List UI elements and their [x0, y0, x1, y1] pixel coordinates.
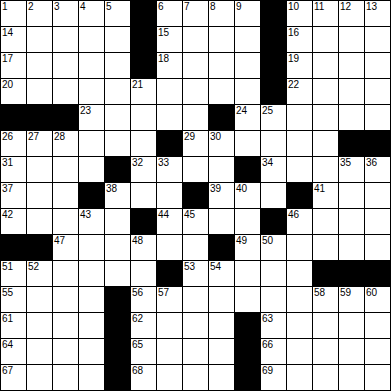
white-cell-r9c7[interactable]: 44 [157, 209, 183, 235]
white-cell-r7c3[interactable] [53, 157, 79, 183]
clue-number-65: 65 [132, 339, 143, 350]
white-cell-r14c13[interactable] [313, 339, 339, 365]
white-cell-r9c5[interactable] [105, 209, 131, 235]
white-cell-r13c9[interactable] [209, 313, 235, 339]
white-cell-r10c13[interactable] [313, 235, 339, 261]
white-cell-r10c3[interactable]: 47 [53, 235, 79, 261]
black-cell-r12c5 [105, 287, 131, 313]
white-cell-r8c5[interactable]: 38 [105, 183, 131, 209]
clue-number-69: 69 [262, 365, 273, 376]
white-cell-r15c9[interactable] [209, 365, 235, 391]
clue-number-21: 21 [132, 79, 143, 90]
white-cell-r15c13[interactable] [313, 365, 339, 391]
white-cell-r5c7[interactable] [157, 105, 183, 131]
white-cell-r1c12[interactable]: 10 [287, 1, 313, 27]
white-cell-r5c11[interactable]: 25 [261, 105, 287, 131]
white-cell-r11c2[interactable]: 52 [27, 261, 53, 287]
white-cell-r1c5[interactable]: 5 [105, 1, 131, 27]
white-cell-r3c13[interactable] [313, 53, 339, 79]
white-cell-r7c7[interactable]: 33 [157, 157, 183, 183]
white-cell-r9c3[interactable] [53, 209, 79, 235]
white-cell-r15c2[interactable] [27, 365, 53, 391]
clue-number-45: 45 [184, 209, 195, 220]
clue-number-6: 6 [158, 1, 164, 12]
white-cell-r1c2[interactable]: 2 [27, 1, 53, 27]
white-cell-r3c9[interactable] [209, 53, 235, 79]
white-cell-r14c12[interactable] [287, 339, 313, 365]
white-cell-r5c12[interactable] [287, 105, 313, 131]
white-cell-r11c1[interactable]: 51 [1, 261, 27, 287]
white-cell-r12c2[interactable] [27, 287, 53, 313]
white-cell-r11c8[interactable]: 53 [183, 261, 209, 287]
white-cell-r15c14[interactable] [339, 365, 365, 391]
white-cell-r14c7[interactable] [157, 339, 183, 365]
white-cell-r8c7[interactable] [157, 183, 183, 209]
clue-number-55: 55 [2, 287, 13, 298]
white-cell-r4c4[interactable] [79, 79, 105, 105]
clue-number-56: 56 [132, 287, 143, 298]
clue-number-16: 16 [288, 27, 299, 38]
white-cell-r7c9[interactable] [209, 157, 235, 183]
clue-number-64: 64 [2, 339, 13, 350]
white-cell-r10c12[interactable] [287, 235, 313, 261]
white-cell-r2c8[interactable] [183, 27, 209, 53]
white-cell-r6c13[interactable] [313, 131, 339, 157]
clue-number-49: 49 [236, 235, 247, 246]
white-cell-r14c2[interactable] [27, 339, 53, 365]
white-cell-r12c11[interactable] [261, 287, 287, 313]
clue-number-34: 34 [262, 157, 273, 168]
white-cell-r2c9[interactable] [209, 27, 235, 53]
white-cell-r12c14[interactable]: 59 [339, 287, 365, 313]
white-cell-r9c12[interactable]: 46 [287, 209, 313, 235]
white-cell-r12c12[interactable] [287, 287, 313, 313]
black-cell-r4c11 [261, 79, 287, 105]
white-cell-r4c5[interactable] [105, 79, 131, 105]
white-cell-r13c3[interactable] [53, 313, 79, 339]
white-cell-r6c6[interactable] [131, 131, 157, 157]
white-cell-r5c4[interactable]: 23 [79, 105, 105, 131]
clue-number-46: 46 [288, 209, 299, 220]
white-cell-r2c12[interactable]: 16 [287, 27, 313, 53]
clue-number-26: 26 [2, 131, 13, 142]
white-cell-r1c4[interactable]: 4 [79, 1, 105, 27]
clue-number-5: 5 [106, 1, 112, 12]
white-cell-r8c10[interactable]: 40 [235, 183, 261, 209]
white-cell-r6c9[interactable]: 30 [209, 131, 235, 157]
white-cell-r12c9[interactable] [209, 287, 235, 313]
white-cell-r15c6[interactable]: 68 [131, 365, 157, 391]
white-cell-r2c7[interactable]: 15 [157, 27, 183, 53]
white-cell-r1c14[interactable]: 12 [339, 1, 365, 27]
white-cell-r8c1[interactable]: 37 [1, 183, 27, 209]
white-cell-r4c1[interactable]: 20 [1, 79, 27, 105]
clue-number-27: 27 [28, 131, 39, 142]
white-cell-r2c5[interactable] [105, 27, 131, 53]
clue-number-44: 44 [158, 209, 169, 220]
white-cell-r15c3[interactable] [53, 365, 79, 391]
white-cell-r6c12[interactable] [287, 131, 313, 157]
clue-number-14: 14 [2, 27, 13, 38]
white-cell-r14c4[interactable] [79, 339, 105, 365]
clue-number-31: 31 [2, 157, 13, 168]
white-cell-r9c13[interactable] [313, 209, 339, 235]
white-cell-r10c5[interactable] [105, 235, 131, 261]
white-cell-r12c1[interactable]: 55 [1, 287, 27, 313]
white-cell-r3c3[interactable] [53, 53, 79, 79]
white-cell-r3c8[interactable] [183, 53, 209, 79]
black-cell-r1c6 [131, 1, 157, 27]
white-cell-r12c4[interactable] [79, 287, 105, 313]
white-cell-r7c14[interactable]: 35 [339, 157, 365, 183]
white-cell-r12c3[interactable] [53, 287, 79, 313]
black-cell-r10c9 [209, 235, 235, 261]
white-cell-r14c15[interactable] [365, 339, 391, 365]
black-cell-r14c5 [105, 339, 131, 365]
white-cell-r6c8[interactable]: 29 [183, 131, 209, 157]
clue-number-60: 60 [366, 287, 377, 298]
white-cell-r13c8[interactable] [183, 313, 209, 339]
white-cell-r14c8[interactable] [183, 339, 209, 365]
black-cell-r6c7 [157, 131, 183, 157]
clue-number-28: 28 [54, 131, 65, 142]
clue-number-39: 39 [210, 183, 221, 194]
clue-number-10: 10 [288, 1, 299, 12]
clue-number-35: 35 [340, 157, 351, 168]
white-cell-r1c7[interactable]: 6 [157, 1, 183, 27]
clue-number-9: 9 [236, 1, 242, 12]
black-cell-r9c11 [261, 209, 287, 235]
clue-number-32: 32 [132, 157, 143, 168]
white-cell-r7c1[interactable]: 31 [1, 157, 27, 183]
white-cell-r5c14[interactable] [339, 105, 365, 131]
clue-number-24: 24 [236, 105, 247, 116]
white-cell-r6c3[interactable]: 28 [53, 131, 79, 157]
white-cell-r13c2[interactable] [27, 313, 53, 339]
white-cell-r14c1[interactable]: 64 [1, 339, 27, 365]
clue-number-13: 13 [366, 1, 377, 12]
white-cell-r9c1[interactable]: 42 [1, 209, 27, 235]
clue-number-23: 23 [80, 105, 91, 116]
white-cell-r14c9[interactable] [209, 339, 235, 365]
white-cell-r2c3[interactable] [53, 27, 79, 53]
white-cell-r13c6[interactable]: 62 [131, 313, 157, 339]
white-cell-r9c15[interactable] [365, 209, 391, 235]
white-cell-r14c14[interactable] [339, 339, 365, 365]
clue-number-4: 4 [80, 1, 86, 12]
clue-number-54: 54 [210, 261, 221, 272]
white-cell-r7c2[interactable] [27, 157, 53, 183]
clue-number-1: 1 [2, 1, 8, 12]
white-cell-r2c15[interactable] [365, 27, 391, 53]
white-cell-r5c15[interactable] [365, 105, 391, 131]
white-cell-r13c1[interactable]: 61 [1, 313, 27, 339]
white-cell-r9c9[interactable] [209, 209, 235, 235]
white-cell-r1c8[interactable]: 7 [183, 1, 209, 27]
black-cell-r3c11 [261, 53, 287, 79]
clue-number-61: 61 [2, 313, 13, 324]
white-cell-r15c15[interactable] [365, 365, 391, 391]
white-cell-r8c13[interactable]: 41 [313, 183, 339, 209]
clue-number-68: 68 [132, 365, 143, 376]
white-cell-r7c12[interactable] [287, 157, 313, 183]
clue-number-51: 51 [2, 261, 13, 272]
clue-number-20: 20 [2, 79, 13, 90]
clue-number-37: 37 [2, 183, 13, 194]
black-cell-r15c10 [235, 365, 261, 391]
clue-number-53: 53 [184, 261, 195, 272]
clue-number-63: 63 [262, 313, 273, 324]
white-cell-r1c13[interactable]: 11 [313, 1, 339, 27]
white-cell-r9c10[interactable] [235, 209, 261, 235]
white-cell-r11c9[interactable]: 54 [209, 261, 235, 287]
white-cell-r5c10[interactable]: 24 [235, 105, 261, 131]
white-cell-r8c3[interactable] [53, 183, 79, 209]
white-cell-r10c11[interactable]: 50 [261, 235, 287, 261]
black-cell-r5c2 [27, 105, 53, 131]
black-cell-r8c4 [79, 183, 105, 209]
white-cell-r11c10[interactable] [235, 261, 261, 287]
black-cell-r8c12 [287, 183, 313, 209]
white-cell-r1c1[interactable]: 1 [1, 1, 27, 27]
white-cell-r13c11[interactable]: 63 [261, 313, 287, 339]
clue-number-17: 17 [2, 53, 13, 64]
black-cell-r13c10 [235, 313, 261, 339]
white-cell-r4c7[interactable] [157, 79, 183, 105]
white-cell-r3c1[interactable]: 17 [1, 53, 27, 79]
clue-number-30: 30 [210, 131, 221, 142]
black-cell-r10c1 [1, 235, 27, 261]
white-cell-r4c12[interactable]: 22 [287, 79, 313, 105]
white-cell-r5c6[interactable] [131, 105, 157, 131]
white-cell-r3c12[interactable]: 19 [287, 53, 313, 79]
white-cell-r1c3[interactable]: 3 [53, 1, 79, 27]
white-cell-r10c15[interactable] [365, 235, 391, 261]
clue-number-43: 43 [80, 209, 91, 220]
white-cell-r15c4[interactable] [79, 365, 105, 391]
white-cell-r6c11[interactable] [261, 131, 287, 157]
white-cell-r15c11[interactable]: 69 [261, 365, 287, 391]
white-cell-r11c5[interactable] [105, 261, 131, 287]
clue-number-25: 25 [262, 105, 273, 116]
black-cell-r5c3 [53, 105, 79, 131]
white-cell-r6c10[interactable] [235, 131, 261, 157]
white-cell-r13c7[interactable] [157, 313, 183, 339]
white-cell-r6c5[interactable] [105, 131, 131, 157]
black-cell-r2c6 [131, 27, 157, 53]
white-cell-r13c13[interactable] [313, 313, 339, 339]
white-cell-r7c15[interactable]: 36 [365, 157, 391, 183]
white-cell-r5c5[interactable] [105, 105, 131, 131]
black-cell-r10c2 [27, 235, 53, 261]
black-cell-r5c9 [209, 105, 235, 131]
white-cell-r13c4[interactable] [79, 313, 105, 339]
white-cell-r11c12[interactable] [287, 261, 313, 287]
white-cell-r10c7[interactable] [157, 235, 183, 261]
clue-number-33: 33 [158, 157, 169, 168]
clue-number-12: 12 [340, 1, 351, 12]
white-cell-r8c15[interactable] [365, 183, 391, 209]
white-cell-r2c10[interactable] [235, 27, 261, 53]
clue-number-7: 7 [184, 1, 190, 12]
clue-number-57: 57 [158, 287, 169, 298]
white-cell-r7c8[interactable] [183, 157, 209, 183]
white-cell-r13c15[interactable] [365, 313, 391, 339]
black-cell-r6c15 [365, 131, 391, 157]
clue-number-41: 41 [314, 183, 325, 194]
white-cell-r4c6[interactable]: 21 [131, 79, 157, 105]
clue-number-11: 11 [314, 1, 324, 12]
white-cell-r10c4[interactable] [79, 235, 105, 261]
black-cell-r7c5 [105, 157, 131, 183]
white-cell-r6c4[interactable] [79, 131, 105, 157]
clue-number-22: 22 [288, 79, 299, 90]
white-cell-r10c10[interactable]: 49 [235, 235, 261, 261]
white-cell-r2c13[interactable] [313, 27, 339, 53]
white-cell-r8c11[interactable] [261, 183, 287, 209]
clue-number-15: 15 [158, 27, 169, 38]
clue-number-18: 18 [158, 53, 169, 64]
clue-number-48: 48 [132, 235, 143, 246]
white-cell-r1c15[interactable]: 13 [365, 1, 391, 27]
clue-number-36: 36 [366, 157, 377, 168]
white-cell-r5c13[interactable] [313, 105, 339, 131]
white-cell-r15c7[interactable] [157, 365, 183, 391]
clue-number-2: 2 [28, 1, 34, 12]
black-cell-r11c13 [313, 261, 339, 287]
clue-number-62: 62 [132, 313, 143, 324]
white-cell-r6c2[interactable]: 27 [27, 131, 53, 157]
white-cell-r15c1[interactable]: 67 [1, 365, 27, 391]
black-cell-r9c6 [131, 209, 157, 235]
white-cell-r9c14[interactable] [339, 209, 365, 235]
white-cell-r12c8[interactable] [183, 287, 209, 313]
white-cell-r2c1[interactable]: 14 [1, 27, 27, 53]
black-cell-r13c5 [105, 313, 131, 339]
clue-number-38: 38 [106, 183, 117, 194]
clue-number-52: 52 [28, 261, 39, 272]
white-cell-r9c4[interactable]: 43 [79, 209, 105, 235]
white-cell-r1c10[interactable]: 9 [235, 1, 261, 27]
black-cell-r6c14 [339, 131, 365, 157]
white-cell-r12c10[interactable] [235, 287, 261, 313]
white-cell-r7c4[interactable] [79, 157, 105, 183]
white-cell-r11c4[interactable] [79, 261, 105, 287]
white-cell-r2c4[interactable] [79, 27, 105, 53]
black-cell-r11c14 [339, 261, 365, 287]
black-cell-r2c11 [261, 27, 287, 53]
white-cell-r11c11[interactable] [261, 261, 287, 287]
white-cell-r12c6[interactable]: 56 [131, 287, 157, 313]
white-cell-r7c6[interactable]: 32 [131, 157, 157, 183]
white-cell-r12c15[interactable]: 60 [365, 287, 391, 313]
white-cell-r7c13[interactable] [313, 157, 339, 183]
clue-number-50: 50 [262, 235, 273, 246]
white-cell-r1c9[interactable]: 8 [209, 1, 235, 27]
white-cell-r8c6[interactable] [131, 183, 157, 209]
black-cell-r5c1 [1, 105, 27, 131]
white-cell-r10c6[interactable]: 48 [131, 235, 157, 261]
white-cell-r3c14[interactable] [339, 53, 365, 79]
white-cell-r6c1[interactable]: 26 [1, 131, 27, 157]
clue-number-67: 67 [2, 365, 13, 376]
white-cell-r2c2[interactable] [27, 27, 53, 53]
white-cell-r13c14[interactable] [339, 313, 365, 339]
crossword-grid: 1234567891011121314151617181920212223242… [0, 0, 391, 391]
white-cell-r11c3[interactable] [53, 261, 79, 287]
clue-number-66: 66 [262, 339, 273, 350]
white-cell-r4c9[interactable] [209, 79, 235, 105]
white-cell-r8c2[interactable] [27, 183, 53, 209]
white-cell-r8c9[interactable]: 39 [209, 183, 235, 209]
white-cell-r3c10[interactable] [235, 53, 261, 79]
white-cell-r3c2[interactable] [27, 53, 53, 79]
white-cell-r4c8[interactable] [183, 79, 209, 105]
white-cell-r15c8[interactable] [183, 365, 209, 391]
white-cell-r3c5[interactable] [105, 53, 131, 79]
white-cell-r4c15[interactable] [365, 79, 391, 105]
white-cell-r14c3[interactable] [53, 339, 79, 365]
white-cell-r10c8[interactable] [183, 235, 209, 261]
white-cell-r4c14[interactable] [339, 79, 365, 105]
clue-number-8: 8 [210, 1, 216, 12]
white-cell-r14c6[interactable]: 65 [131, 339, 157, 365]
white-cell-r3c7[interactable]: 18 [157, 53, 183, 79]
white-cell-r12c13[interactable]: 58 [313, 287, 339, 313]
white-cell-r4c10[interactable] [235, 79, 261, 105]
white-cell-r9c8[interactable]: 45 [183, 209, 209, 235]
black-cell-r14c10 [235, 339, 261, 365]
white-cell-r2c14[interactable] [339, 27, 365, 53]
white-cell-r11c6[interactable] [131, 261, 157, 287]
black-cell-r8c8 [183, 183, 209, 209]
clue-number-58: 58 [314, 287, 325, 298]
black-cell-r3c6 [131, 53, 157, 79]
white-cell-r8c14[interactable] [339, 183, 365, 209]
clue-number-3: 3 [54, 1, 60, 12]
white-cell-r4c3[interactable] [53, 79, 79, 105]
white-cell-r10c14[interactable] [339, 235, 365, 261]
white-cell-r3c4[interactable] [79, 53, 105, 79]
clue-number-29: 29 [184, 131, 195, 142]
white-cell-r12c7[interactable]: 57 [157, 287, 183, 313]
white-cell-r4c13[interactable] [313, 79, 339, 105]
white-cell-r5c8[interactable] [183, 105, 209, 131]
black-cell-r11c7 [157, 261, 183, 287]
white-cell-r4c2[interactable] [27, 79, 53, 105]
clue-number-42: 42 [2, 209, 13, 220]
white-cell-r13c12[interactable] [287, 313, 313, 339]
clue-number-47: 47 [54, 235, 65, 246]
white-cell-r7c11[interactable]: 34 [261, 157, 287, 183]
black-cell-r15c5 [105, 365, 131, 391]
black-cell-r7c10 [235, 157, 261, 183]
white-cell-r3c15[interactable] [365, 53, 391, 79]
black-cell-r11c15 [365, 261, 391, 287]
clue-number-19: 19 [288, 53, 299, 64]
black-cell-r1c11 [261, 1, 287, 27]
clue-number-59: 59 [340, 287, 351, 298]
clue-number-40: 40 [236, 183, 247, 194]
white-cell-r15c12[interactable] [287, 365, 313, 391]
white-cell-r9c2[interactable] [27, 209, 53, 235]
white-cell-r14c11[interactable]: 66 [261, 339, 287, 365]
